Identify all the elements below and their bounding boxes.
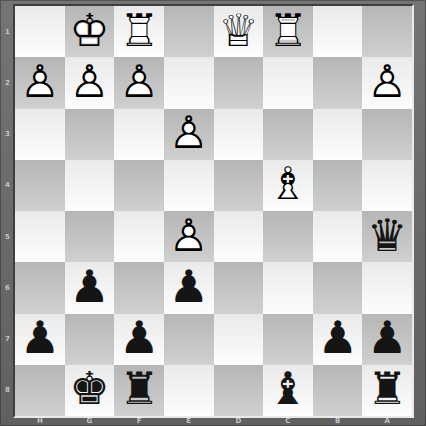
piece-glyph-fill: ♜ <box>263 8 313 53</box>
square-c2[interactable] <box>263 57 313 108</box>
square-c6[interactable] <box>263 262 313 313</box>
square-f7[interactable]: ♟ <box>114 314 164 365</box>
square-d4[interactable] <box>214 160 264 211</box>
piece-glyph-outline: ♕ <box>214 8 264 53</box>
square-c3[interactable] <box>263 109 313 160</box>
square-b3[interactable] <box>313 109 363 160</box>
square-b8[interactable] <box>313 365 363 416</box>
white-pawn[interactable]: ♟♙ <box>114 57 164 108</box>
square-e6[interactable]: ♟ <box>164 262 214 313</box>
square-g7[interactable] <box>65 314 115 365</box>
square-e8[interactable] <box>164 365 214 416</box>
piece-glyph-outline: ♗ <box>263 162 313 207</box>
square-g3[interactable] <box>65 109 115 160</box>
square-e7[interactable] <box>164 314 214 365</box>
black-king[interactable]: ♚ <box>65 365 115 416</box>
square-f3[interactable] <box>114 109 164 160</box>
square-d8[interactable] <box>214 365 264 416</box>
black-bishop[interactable]: ♝ <box>263 365 313 416</box>
square-a5[interactable]: ♛ <box>362 211 412 262</box>
piece-glyph: ♟ <box>65 264 115 309</box>
square-g8[interactable]: ♚ <box>65 365 115 416</box>
board-area: ♚♔♜♖♛♕♜♖♟♙♟♙♟♙♟♙♟♙♝♗♟♙♛♟♟♟♟♟♟♚♜♝♜ <box>13 4 414 418</box>
piece-glyph: ♟ <box>313 315 363 360</box>
square-g2[interactable]: ♟♙ <box>65 57 115 108</box>
chess-board: ♚♔♜♖♛♕♜♖♟♙♟♙♟♙♟♙♟♙♝♗♟♙♛♟♟♟♟♟♟♚♜♝♜ <box>15 6 412 416</box>
square-b6[interactable] <box>313 262 363 313</box>
square-f5[interactable] <box>114 211 164 262</box>
square-h4[interactable] <box>15 160 65 211</box>
piece-glyph-outline: ♔ <box>65 8 115 53</box>
piece-glyph-outline: ♖ <box>263 8 313 53</box>
square-e4[interactable] <box>164 160 214 211</box>
piece-glyph: ♛ <box>362 213 412 258</box>
white-queen[interactable]: ♛♕ <box>214 6 264 57</box>
square-d6[interactable] <box>214 262 264 313</box>
square-a3[interactable] <box>362 109 412 160</box>
square-a1[interactable] <box>362 6 412 57</box>
square-c1[interactable]: ♜♖ <box>263 6 313 57</box>
piece-glyph-fill: ♟ <box>114 59 164 104</box>
square-d1[interactable]: ♛♕ <box>214 6 264 57</box>
square-c5[interactable] <box>263 211 313 262</box>
piece-glyph-outline: ♙ <box>114 59 164 104</box>
piece-glyph-fill: ♟ <box>65 59 115 104</box>
white-pawn[interactable]: ♟♙ <box>164 109 214 160</box>
piece-glyph-fill: ♚ <box>65 8 115 53</box>
square-e5[interactable]: ♟♙ <box>164 211 214 262</box>
piece-glyph-fill: ♟ <box>164 110 214 155</box>
black-pawn[interactable]: ♟ <box>15 314 65 365</box>
square-h5[interactable] <box>15 211 65 262</box>
chess-board-frame: 12345678 HGFEDCBA ♚♔♜♖♛♕♜♖♟♙♟♙♟♙♟♙♟♙♝♗♟♙… <box>0 0 426 426</box>
piece-glyph-fill: ♟ <box>362 59 412 104</box>
piece-glyph-fill: ♛ <box>214 8 264 53</box>
square-a7[interactable]: ♟ <box>362 314 412 365</box>
square-c8[interactable]: ♝ <box>263 365 313 416</box>
piece-glyph-outline: ♙ <box>164 110 214 155</box>
square-d7[interactable] <box>214 314 264 365</box>
square-b7[interactable]: ♟ <box>313 314 363 365</box>
black-queen[interactable]: ♛ <box>362 211 412 262</box>
piece-glyph: ♝ <box>263 367 313 412</box>
white-rook[interactable]: ♜♖ <box>114 6 164 57</box>
square-h1[interactable] <box>15 6 65 57</box>
piece-glyph: ♜ <box>362 367 412 412</box>
piece-glyph: ♟ <box>164 264 214 309</box>
square-e2[interactable] <box>164 57 214 108</box>
piece-glyph-outline: ♙ <box>65 59 115 104</box>
white-king[interactable]: ♚♔ <box>65 6 115 57</box>
piece-glyph: ♟ <box>362 315 412 360</box>
square-d3[interactable] <box>214 109 264 160</box>
square-g5[interactable] <box>65 211 115 262</box>
square-g4[interactable] <box>65 160 115 211</box>
square-b5[interactable] <box>313 211 363 262</box>
square-b4[interactable] <box>313 160 363 211</box>
square-h2[interactable]: ♟♙ <box>15 57 65 108</box>
square-f8[interactable]: ♜ <box>114 365 164 416</box>
black-pawn[interactable]: ♟ <box>114 314 164 365</box>
piece-glyph: ♟ <box>15 315 65 360</box>
white-pawn[interactable]: ♟♙ <box>65 57 115 108</box>
square-f1[interactable]: ♜♖ <box>114 6 164 57</box>
square-c7[interactable] <box>263 314 313 365</box>
black-pawn[interactable]: ♟ <box>65 262 115 313</box>
piece-glyph-fill: ♜ <box>114 8 164 53</box>
black-pawn[interactable]: ♟ <box>362 314 412 365</box>
square-g6[interactable]: ♟ <box>65 262 115 313</box>
white-bishop[interactable]: ♝♗ <box>263 160 313 211</box>
square-b1[interactable] <box>313 6 363 57</box>
square-d2[interactable] <box>214 57 264 108</box>
piece-glyph-outline: ♖ <box>114 8 164 53</box>
white-pawn[interactable]: ♟♙ <box>362 57 412 108</box>
square-h7[interactable]: ♟ <box>15 314 65 365</box>
square-h3[interactable] <box>15 109 65 160</box>
black-rook[interactable]: ♜ <box>114 365 164 416</box>
square-b2[interactable] <box>313 57 363 108</box>
piece-glyph: ♟ <box>114 315 164 360</box>
piece-glyph: ♚ <box>65 367 115 412</box>
piece-glyph-outline: ♙ <box>362 59 412 104</box>
square-f2[interactable]: ♟♙ <box>114 57 164 108</box>
square-a6[interactable] <box>362 262 412 313</box>
square-h8[interactable] <box>15 365 65 416</box>
piece-glyph-fill: ♟ <box>15 59 65 104</box>
piece-glyph-outline: ♙ <box>164 213 214 258</box>
square-g1[interactable]: ♚♔ <box>65 6 115 57</box>
square-c4[interactable]: ♝♗ <box>263 160 313 211</box>
square-e1[interactable] <box>164 6 214 57</box>
white-pawn[interactable]: ♟♙ <box>164 211 214 262</box>
black-pawn[interactable]: ♟ <box>164 262 214 313</box>
square-d5[interactable] <box>214 211 264 262</box>
white-rook[interactable]: ♜♖ <box>263 6 313 57</box>
square-a4[interactable] <box>362 160 412 211</box>
piece-glyph: ♜ <box>114 367 164 412</box>
black-pawn[interactable]: ♟ <box>313 314 363 365</box>
black-rook[interactable]: ♜ <box>362 365 412 416</box>
square-h6[interactable] <box>15 262 65 313</box>
square-f6[interactable] <box>114 262 164 313</box>
square-a2[interactable]: ♟♙ <box>362 57 412 108</box>
square-f4[interactable] <box>114 160 164 211</box>
white-pawn[interactable]: ♟♙ <box>15 57 65 108</box>
square-a8[interactable]: ♜ <box>362 365 412 416</box>
square-e3[interactable]: ♟♙ <box>164 109 214 160</box>
piece-glyph-fill: ♝ <box>263 162 313 207</box>
piece-glyph-fill: ♟ <box>164 213 214 258</box>
piece-glyph-outline: ♙ <box>15 59 65 104</box>
